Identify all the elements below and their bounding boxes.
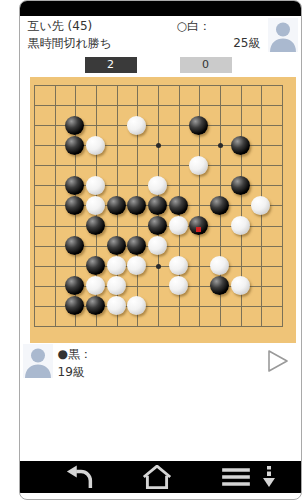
home-icon xyxy=(141,465,173,489)
black-stone xyxy=(65,276,84,295)
black-stone xyxy=(65,196,84,215)
white-stone xyxy=(148,236,167,255)
black-stone xyxy=(169,196,188,215)
black-stone xyxy=(86,296,105,315)
white-stone xyxy=(107,256,126,275)
black-stone xyxy=(210,196,229,215)
white-stone xyxy=(148,176,167,195)
black-stone xyxy=(231,136,250,155)
black-stone xyxy=(86,216,105,235)
white-stone xyxy=(169,276,188,295)
white-stone xyxy=(231,276,250,295)
white-player-label: ○白： xyxy=(177,18,211,34)
white-stone xyxy=(231,216,250,235)
black-stone xyxy=(148,216,167,235)
game-type-label: 互い先 (45) xyxy=(28,18,93,34)
person-icon xyxy=(268,18,298,52)
black-stone xyxy=(127,196,146,215)
black-stone xyxy=(107,196,126,215)
black-stone xyxy=(189,216,208,235)
android-navbar xyxy=(20,461,301,493)
black-stone xyxy=(65,236,84,255)
person-icon xyxy=(23,344,53,378)
go-board-grid[interactable] xyxy=(34,85,283,327)
star-point xyxy=(156,264,161,269)
menu-icon xyxy=(221,465,251,489)
white-stone xyxy=(169,256,188,275)
star-point xyxy=(156,143,161,148)
black-stone xyxy=(65,116,84,135)
play-icon xyxy=(264,348,290,374)
white-stone xyxy=(107,276,126,295)
status-bar xyxy=(20,1,301,16)
white-stone xyxy=(251,196,270,215)
black-stone xyxy=(127,236,146,255)
white-player-rank: 25級 xyxy=(233,35,260,51)
back-button[interactable] xyxy=(64,465,96,492)
white-captures-counter: 0 xyxy=(180,57,232,73)
black-stone xyxy=(107,236,126,255)
black-stone xyxy=(65,136,84,155)
collapse-navbar-button[interactable] xyxy=(261,465,277,492)
collapse-down-icon xyxy=(261,465,277,489)
black-player-rank: 19級 xyxy=(58,364,85,380)
white-stone xyxy=(107,296,126,315)
menu-button[interactable] xyxy=(221,465,251,492)
white-stone xyxy=(127,116,146,135)
white-stone xyxy=(86,136,105,155)
white-avatar xyxy=(268,18,298,52)
white-stone xyxy=(86,276,105,295)
black-player-label: ●黒： xyxy=(58,346,92,362)
black-stone xyxy=(189,116,208,135)
back-icon xyxy=(64,465,96,489)
black-stone xyxy=(65,176,84,195)
go-board[interactable] xyxy=(30,77,296,343)
black-stone xyxy=(231,176,250,195)
black-stone xyxy=(148,196,167,215)
white-stone xyxy=(86,176,105,195)
star-point xyxy=(218,143,223,148)
black-stone xyxy=(65,296,84,315)
last-move-marker xyxy=(196,227,201,232)
white-stone xyxy=(210,256,229,275)
white-stone xyxy=(189,156,208,175)
black-stone xyxy=(210,276,229,295)
white-stone xyxy=(169,216,188,235)
home-button[interactable] xyxy=(141,465,173,492)
play-forward-button[interactable] xyxy=(264,348,290,374)
black-stone xyxy=(86,256,105,275)
white-stone xyxy=(127,256,146,275)
black-captures-counter: 2 xyxy=(85,57,137,73)
white-stone xyxy=(86,196,105,215)
game-result-label: 黒時間切れ勝ち xyxy=(28,35,113,51)
app-screen: 互い先 (45) 黒時間切れ勝ち ○白： 25級 2 0 ●黒： 19級 xyxy=(19,0,302,500)
white-stone xyxy=(127,296,146,315)
black-avatar xyxy=(23,344,53,378)
